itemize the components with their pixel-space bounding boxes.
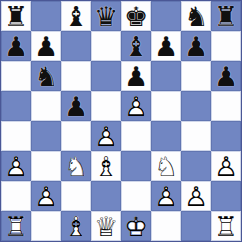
square-h1[interactable]: ♜♖ <box>211 211 241 241</box>
square-b3[interactable] <box>31 151 61 181</box>
piece-black-knight[interactable]: ♞ <box>31 61 61 91</box>
square-b1[interactable] <box>31 211 61 241</box>
piece-white-bishop[interactable]: ♝♗ <box>91 151 121 181</box>
piece-white-pawn[interactable]: ♟♙ <box>211 151 241 181</box>
black-piece-glyph: ♟ <box>121 61 151 91</box>
black-piece-glyph: ♟ <box>61 91 91 121</box>
square-f5[interactable] <box>151 91 181 121</box>
chess-board[interactable]: ♜♝♛♚♞♜♟♟♝♟♟♞♟♟♟♟♙♟♙♟♙♞♘♝♗♞♘♟♙♟♙♟♙♟♙♜♖♝♗♛… <box>0 0 242 242</box>
square-f4[interactable] <box>151 121 181 151</box>
black-piece-glyph: ♟ <box>31 31 61 61</box>
square-e1[interactable]: ♚♔ <box>121 211 151 241</box>
square-d5[interactable] <box>91 91 121 121</box>
square-h5[interactable] <box>211 91 241 121</box>
square-e4[interactable] <box>121 121 151 151</box>
square-c1[interactable]: ♝♗ <box>61 211 91 241</box>
piece-white-pawn[interactable]: ♟♙ <box>1 151 31 181</box>
white-piece-outline-glyph: ♔ <box>121 211 151 241</box>
white-piece-outline-glyph: ♖ <box>1 211 31 241</box>
white-piece-outline-glyph: ♙ <box>151 181 181 211</box>
white-piece-outline-glyph: ♙ <box>1 151 31 181</box>
square-c5[interactable]: ♟ <box>61 91 91 121</box>
piece-white-pawn[interactable]: ♟♙ <box>91 121 121 151</box>
piece-white-knight[interactable]: ♞♘ <box>61 151 91 181</box>
square-f1[interactable] <box>151 211 181 241</box>
square-e5[interactable]: ♟♙ <box>121 91 151 121</box>
square-g1[interactable] <box>181 211 211 241</box>
piece-black-pawn[interactable]: ♟ <box>1 31 31 61</box>
piece-white-pawn[interactable]: ♟♙ <box>181 181 211 211</box>
piece-black-pawn[interactable]: ♟ <box>31 31 61 61</box>
square-h6[interactable]: ♟ <box>211 61 241 91</box>
square-d1[interactable]: ♛♕ <box>91 211 121 241</box>
piece-black-bishop[interactable]: ♝ <box>121 31 151 61</box>
white-piece-outline-glyph: ♖ <box>211 211 241 241</box>
black-piece-glyph: ♛ <box>91 1 121 31</box>
square-h8[interactable]: ♜ <box>211 1 241 31</box>
piece-black-pawn[interactable]: ♟ <box>151 31 181 61</box>
piece-white-pawn[interactable]: ♟♙ <box>151 181 181 211</box>
square-c2[interactable] <box>61 181 91 211</box>
black-piece-glyph: ♟ <box>181 31 211 61</box>
piece-white-rook[interactable]: ♜♖ <box>211 211 241 241</box>
square-b4[interactable] <box>31 121 61 151</box>
piece-black-knight[interactable]: ♞ <box>181 1 211 31</box>
piece-white-king[interactable]: ♚♔ <box>121 211 151 241</box>
piece-black-bishop[interactable]: ♝ <box>61 1 91 31</box>
square-f3[interactable]: ♞♘ <box>151 151 181 181</box>
white-piece-outline-glyph: ♕ <box>91 211 121 241</box>
black-piece-glyph: ♜ <box>1 1 31 31</box>
white-piece-outline-glyph: ♗ <box>91 151 121 181</box>
black-piece-glyph: ♞ <box>181 1 211 31</box>
square-g5[interactable] <box>181 91 211 121</box>
piece-black-rook[interactable]: ♜ <box>1 1 31 31</box>
square-b5[interactable] <box>31 91 61 121</box>
square-d6[interactable] <box>91 61 121 91</box>
square-a6[interactable] <box>1 61 31 91</box>
square-e7[interactable]: ♝ <box>121 31 151 61</box>
square-a1[interactable]: ♜♖ <box>1 211 31 241</box>
piece-black-pawn[interactable]: ♟ <box>211 61 241 91</box>
square-d7[interactable] <box>91 31 121 61</box>
square-a2[interactable] <box>1 181 31 211</box>
square-c8[interactable]: ♝ <box>61 1 91 31</box>
square-g3[interactable] <box>181 151 211 181</box>
square-g4[interactable] <box>181 121 211 151</box>
square-a3[interactable]: ♟♙ <box>1 151 31 181</box>
square-b8[interactable] <box>31 1 61 31</box>
black-piece-glyph: ♝ <box>121 31 151 61</box>
square-c7[interactable] <box>61 31 91 61</box>
square-d8[interactable]: ♛ <box>91 1 121 31</box>
piece-white-pawn[interactable]: ♟♙ <box>31 181 61 211</box>
square-e8[interactable]: ♚ <box>121 1 151 31</box>
square-a8[interactable]: ♜ <box>1 1 31 31</box>
square-d4[interactable]: ♟♙ <box>91 121 121 151</box>
square-h2[interactable] <box>211 181 241 211</box>
black-piece-glyph: ♚ <box>121 1 151 31</box>
square-c4[interactable] <box>61 121 91 151</box>
piece-white-queen[interactable]: ♛♕ <box>91 211 121 241</box>
piece-black-pawn[interactable]: ♟ <box>61 91 91 121</box>
square-g2[interactable]: ♟♙ <box>181 181 211 211</box>
square-b6[interactable]: ♞ <box>31 61 61 91</box>
black-piece-glyph: ♟ <box>1 31 31 61</box>
square-d3[interactable]: ♝♗ <box>91 151 121 181</box>
square-c6[interactable] <box>61 61 91 91</box>
square-b7[interactable]: ♟ <box>31 31 61 61</box>
piece-white-knight[interactable]: ♞♘ <box>151 151 181 181</box>
piece-black-queen[interactable]: ♛ <box>91 1 121 31</box>
white-piece-outline-glyph: ♘ <box>151 151 181 181</box>
white-piece-outline-glyph: ♙ <box>121 91 151 121</box>
white-piece-outline-glyph: ♙ <box>181 181 211 211</box>
piece-white-rook[interactable]: ♜♖ <box>1 211 31 241</box>
black-piece-glyph: ♟ <box>151 31 181 61</box>
black-piece-glyph: ♝ <box>61 1 91 31</box>
square-c3[interactable]: ♞♘ <box>61 151 91 181</box>
white-piece-outline-glyph: ♙ <box>91 121 121 151</box>
square-f8[interactable] <box>151 1 181 31</box>
white-piece-outline-glyph: ♘ <box>61 151 91 181</box>
black-piece-glyph: ♜ <box>211 1 241 31</box>
black-piece-glyph: ♞ <box>31 61 61 91</box>
square-e3[interactable] <box>121 151 151 181</box>
white-piece-outline-glyph: ♗ <box>61 211 91 241</box>
square-f7[interactable]: ♟ <box>151 31 181 61</box>
square-f6[interactable] <box>151 61 181 91</box>
square-h4[interactable] <box>211 121 241 151</box>
square-a4[interactable] <box>1 121 31 151</box>
piece-black-pawn[interactable]: ♟ <box>181 31 211 61</box>
piece-black-pawn[interactable]: ♟ <box>121 61 151 91</box>
square-e2[interactable] <box>121 181 151 211</box>
square-h7[interactable] <box>211 31 241 61</box>
square-g7[interactable]: ♟ <box>181 31 211 61</box>
piece-white-bishop[interactable]: ♝♗ <box>61 211 91 241</box>
square-h3[interactable]: ♟♙ <box>211 151 241 181</box>
piece-black-rook[interactable]: ♜ <box>211 1 241 31</box>
square-g8[interactable]: ♞ <box>181 1 211 31</box>
square-d2[interactable] <box>91 181 121 211</box>
square-a7[interactable]: ♟ <box>1 31 31 61</box>
piece-white-pawn[interactable]: ♟♙ <box>121 91 151 121</box>
square-g6[interactable] <box>181 61 211 91</box>
square-f2[interactable]: ♟♙ <box>151 181 181 211</box>
white-piece-outline-glyph: ♙ <box>31 181 61 211</box>
white-piece-outline-glyph: ♙ <box>211 151 241 181</box>
black-piece-glyph: ♟ <box>211 61 241 91</box>
square-a5[interactable] <box>1 91 31 121</box>
piece-black-king[interactable]: ♚ <box>121 1 151 31</box>
square-b2[interactable]: ♟♙ <box>31 181 61 211</box>
square-e6[interactable]: ♟ <box>121 61 151 91</box>
